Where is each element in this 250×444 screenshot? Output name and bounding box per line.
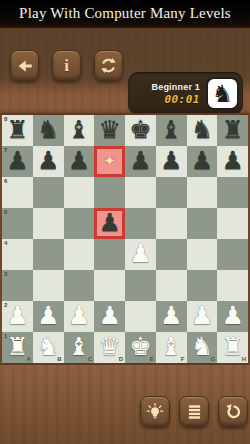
refresh-icon [99, 56, 118, 75]
black-rook[interactable]: ♜ [6, 117, 28, 142]
square-h2[interactable]: ♟ [217, 301, 248, 332]
top-panel: i Beginner 1 00:01 ♞ [0, 28, 250, 113]
rank-label: 5 [4, 209, 7, 215]
square-e5[interactable] [125, 208, 156, 239]
opponent-info: Beginner 1 00:01 [151, 82, 200, 106]
white-pawn[interactable]: ♟ [37, 303, 59, 328]
square-e6[interactable] [125, 177, 156, 208]
app-title: Play With Computer Many Levels [19, 5, 231, 22]
white-rook[interactable]: ♜ [221, 334, 243, 359]
square-e8[interactable]: ♚ [125, 115, 156, 146]
square-b3[interactable] [33, 270, 64, 301]
black-pawn[interactable]: ♟ [221, 148, 243, 173]
square-d2[interactable]: ♟ [94, 301, 125, 332]
black-knight[interactable]: ♞ [37, 117, 59, 142]
square-g7[interactable]: ♟ [187, 146, 218, 177]
black-pawn[interactable]: ♟ [98, 210, 120, 235]
square-h6[interactable] [217, 177, 248, 208]
white-pawn[interactable]: ♟ [191, 303, 213, 328]
square-c6[interactable] [64, 177, 95, 208]
opponent-clock: 00:01 [164, 93, 200, 106]
square-g1[interactable]: G♞ [187, 332, 218, 363]
square-b2[interactable]: ♟ [33, 301, 64, 332]
info-icon: i [64, 57, 69, 74]
square-f4[interactable] [156, 239, 187, 270]
square-b6[interactable] [33, 177, 64, 208]
white-bishop[interactable]: ♝ [68, 334, 90, 359]
square-c4[interactable] [64, 239, 95, 270]
black-rook[interactable]: ♜ [221, 117, 243, 142]
square-d3[interactable] [94, 270, 125, 301]
menu-button[interactable] [179, 396, 209, 427]
title-bar: Play With Computer Many Levels [0, 0, 250, 28]
square-b1[interactable]: B♞ [33, 332, 64, 363]
info-button[interactable]: i [52, 50, 81, 81]
square-e3[interactable] [125, 270, 156, 301]
square-g4[interactable] [187, 239, 218, 270]
square-h7[interactable]: ♟ [217, 146, 248, 177]
black-pawn[interactable]: ♟ [160, 148, 182, 173]
app-window: Play With Computer Many Levels i Beginne… [0, 0, 250, 444]
square-a1[interactable]: 1A♜ [2, 332, 33, 363]
square-c7[interactable]: ♟ [64, 146, 95, 177]
opponent-piece-tile: ♞ [206, 77, 239, 110]
square-h5[interactable] [217, 208, 248, 239]
square-a5[interactable]: 5 [2, 208, 33, 239]
square-d4[interactable] [94, 239, 125, 270]
black-king[interactable]: ♚ [129, 117, 151, 142]
undo-icon [224, 402, 243, 421]
white-queen[interactable]: ♛ [98, 334, 120, 359]
square-b4[interactable] [33, 239, 64, 270]
square-a2[interactable]: 2♟ [2, 301, 33, 332]
lightbulb-icon [145, 402, 165, 422]
square-g3[interactable] [187, 270, 218, 301]
square-d7[interactable]: ✦ [94, 146, 125, 177]
white-pawn[interactable]: ♟ [68, 303, 90, 328]
refresh-button[interactable] [94, 50, 123, 81]
square-b5[interactable] [33, 208, 64, 239]
white-pawn[interactable]: ♟ [6, 303, 28, 328]
back-arrow-icon [16, 57, 34, 75]
square-e2[interactable] [125, 301, 156, 332]
square-b8[interactable]: ♞ [33, 115, 64, 146]
black-pawn[interactable]: ♟ [6, 148, 28, 173]
square-c2[interactable]: ♟ [64, 301, 95, 332]
square-h4[interactable] [217, 239, 248, 270]
square-d8[interactable]: ♛ [94, 115, 125, 146]
black-bishop[interactable]: ♝ [160, 117, 182, 142]
square-a6[interactable]: 6 [2, 177, 33, 208]
black-knight[interactable]: ♞ [191, 117, 213, 142]
square-a7[interactable]: 7♟ [2, 146, 33, 177]
undo-button[interactable] [218, 396, 248, 427]
white-knight[interactable]: ♞ [191, 334, 213, 359]
white-bishop[interactable]: ♝ [160, 334, 182, 359]
rank-label: 3 [4, 271, 7, 277]
white-king[interactable]: ♚ [129, 334, 151, 359]
black-pawn[interactable]: ♟ [37, 148, 59, 173]
square-d1[interactable]: D♛ [94, 332, 125, 363]
square-g5[interactable] [187, 208, 218, 239]
black-pawn[interactable]: ♟ [68, 148, 90, 173]
opponent-panel: Beginner 1 00:01 ♞ [128, 72, 243, 115]
square-c8[interactable]: ♝ [64, 115, 95, 146]
menu-icon [186, 403, 203, 420]
white-rook[interactable]: ♜ [6, 334, 28, 359]
square-f8[interactable]: ♝ [156, 115, 187, 146]
bottom-panel: ♘ You 00:25 [0, 365, 250, 444]
hint-button[interactable] [140, 396, 170, 427]
square-f2[interactable]: ♟ [156, 301, 187, 332]
white-pawn[interactable]: ♟ [98, 303, 120, 328]
square-f7[interactable]: ♟ [156, 146, 187, 177]
square-h3[interactable] [217, 270, 248, 301]
black-pawn[interactable]: ♟ [191, 148, 213, 173]
square-b7[interactable]: ♟ [33, 146, 64, 177]
rank-label: 4 [4, 240, 7, 246]
white-pawn[interactable]: ♟ [160, 303, 182, 328]
rank-label: 6 [4, 178, 7, 184]
opponent-name: Beginner 1 [151, 82, 200, 92]
square-h1[interactable]: H♜ [217, 332, 248, 363]
black-pawn[interactable]: ♟ [129, 148, 151, 173]
square-g8[interactable]: ♞ [187, 115, 218, 146]
back-button[interactable] [10, 50, 39, 81]
square-h8[interactable]: ♜ [217, 115, 248, 146]
square-g2[interactable]: ♟ [187, 301, 218, 332]
square-c3[interactable] [64, 270, 95, 301]
black-knight-icon: ♞ [212, 82, 234, 106]
white-pawn[interactable]: ♟ [129, 241, 151, 266]
black-queen[interactable]: ♛ [98, 117, 120, 142]
square-e7[interactable]: ♟ [125, 146, 156, 177]
square-g6[interactable] [187, 177, 218, 208]
white-pawn[interactable]: ♟ [221, 303, 243, 328]
move-from-icon: ✦ [103, 154, 116, 169]
square-d6[interactable] [94, 177, 125, 208]
square-f1[interactable]: F♝ [156, 332, 187, 363]
square-e4[interactable]: ♟ [125, 239, 156, 270]
square-a8[interactable]: 8♜ [2, 115, 33, 146]
square-f6[interactable] [156, 177, 187, 208]
square-a4[interactable]: 4 [2, 239, 33, 270]
square-c5[interactable] [64, 208, 95, 239]
square-e1[interactable]: E♚ [125, 332, 156, 363]
square-d5[interactable]: ♟ [94, 208, 125, 239]
square-f3[interactable] [156, 270, 187, 301]
chess-board[interactable]: 8♜♞♝♛♚♝♞♜7♟♟♟✦♟♟♟♟65♟4♟32♟♟♟♟♟♟♟1A♜B♞C♝D… [0, 113, 250, 365]
black-bishop[interactable]: ♝ [68, 117, 90, 142]
square-f5[interactable] [156, 208, 187, 239]
square-c1[interactable]: C♝ [64, 332, 95, 363]
white-knight[interactable]: ♞ [37, 334, 59, 359]
square-a3[interactable]: 3 [2, 270, 33, 301]
